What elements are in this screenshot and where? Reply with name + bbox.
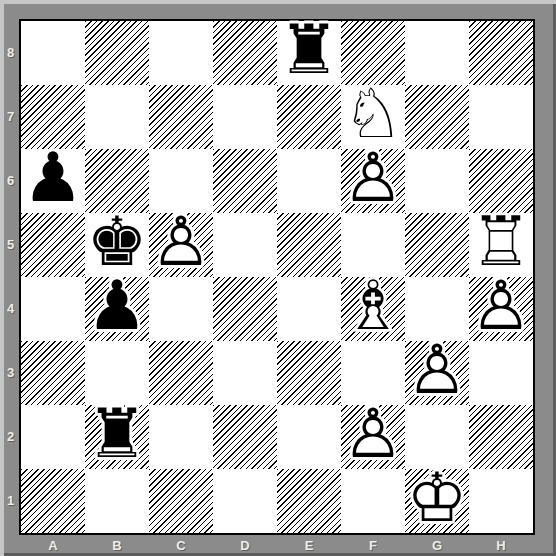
square-b3[interactable] [85, 341, 149, 405]
black-king-b5[interactable]: ♚ [87, 208, 148, 276]
piece-halo: ♟ [23, 144, 84, 212]
piece-halo: ♟ [343, 400, 404, 468]
square-b4[interactable]: ♟♟ [85, 277, 149, 341]
square-c7[interactable] [149, 85, 213, 149]
square-a1[interactable] [21, 469, 85, 533]
square-e6[interactable] [277, 149, 341, 213]
square-d3[interactable] [213, 341, 277, 405]
square-h6[interactable] [469, 149, 533, 213]
square-c8[interactable] [149, 21, 213, 85]
square-b5[interactable]: ♚♚ [85, 213, 149, 277]
square-a6[interactable]: ♟♟ [21, 149, 85, 213]
square-c2[interactable] [149, 405, 213, 469]
square-f1[interactable] [341, 469, 405, 533]
file-label-B: B [85, 537, 149, 555]
square-b1[interactable] [85, 469, 149, 533]
square-f5[interactable] [341, 213, 405, 277]
file-label-E: E [277, 537, 341, 555]
square-a5[interactable] [21, 213, 85, 277]
file-label-F: F [341, 537, 405, 555]
square-f6[interactable]: ♟♙ [341, 149, 405, 213]
piece-halo: ♚ [407, 464, 468, 532]
file-label-G: G [405, 537, 469, 555]
white-pawn-c5[interactable]: ♙ [151, 208, 212, 276]
square-h5[interactable]: ♜♖ [469, 213, 533, 277]
file-label-C: C [149, 537, 213, 555]
square-h8[interactable] [469, 21, 533, 85]
piece-halo: ♟ [87, 272, 148, 340]
piece-halo: ♟ [151, 208, 212, 276]
square-d1[interactable] [213, 469, 277, 533]
square-e7[interactable] [277, 85, 341, 149]
rank-label-2: 2 [2, 405, 19, 469]
square-d5[interactable] [213, 213, 277, 277]
piece-halo: ♜ [279, 16, 340, 84]
square-c6[interactable] [149, 149, 213, 213]
frame-bevel-top [0, 0, 556, 4]
square-a8[interactable] [21, 21, 85, 85]
rank-label-4: 4 [2, 277, 19, 341]
piece-halo: ♜ [471, 208, 532, 276]
square-c4[interactable] [149, 277, 213, 341]
piece-halo: ♝ [343, 272, 404, 340]
white-rook-h5[interactable]: ♖ [471, 208, 532, 276]
white-pawn-f6[interactable]: ♙ [343, 144, 404, 212]
square-d8[interactable] [213, 21, 277, 85]
square-g4[interactable] [405, 277, 469, 341]
black-rook-b2[interactable]: ♜ [87, 400, 148, 468]
square-h4[interactable]: ♟♙ [469, 277, 533, 341]
square-e3[interactable] [277, 341, 341, 405]
square-f4[interactable]: ♝♗ [341, 277, 405, 341]
rank-label-1: 1 [2, 469, 19, 533]
square-h3[interactable] [469, 341, 533, 405]
white-king-g1[interactable]: ♔ [407, 464, 468, 532]
square-b2[interactable]: ♜♜ [85, 405, 149, 469]
square-f2[interactable]: ♟♙ [341, 405, 405, 469]
chess-board: ♜♜♞♘♟♟♟♙♚♚♟♙♜♖♟♟♝♗♟♙♟♙♜♜♟♙♚♔ [19, 19, 535, 535]
file-label-A: A [21, 537, 85, 555]
square-f7[interactable]: ♞♘ [341, 85, 405, 149]
rank-label-6: 6 [2, 149, 19, 213]
square-b7[interactable] [85, 85, 149, 149]
square-e8[interactable]: ♜♜ [277, 21, 341, 85]
square-f8[interactable] [341, 21, 405, 85]
square-d6[interactable] [213, 149, 277, 213]
square-g5[interactable] [405, 213, 469, 277]
square-g2[interactable] [405, 405, 469, 469]
square-e5[interactable] [277, 213, 341, 277]
square-e1[interactable] [277, 469, 341, 533]
square-d2[interactable] [213, 405, 277, 469]
square-b6[interactable] [85, 149, 149, 213]
white-pawn-h4[interactable]: ♙ [471, 272, 532, 340]
square-h2[interactable] [469, 405, 533, 469]
square-a7[interactable] [21, 85, 85, 149]
square-d4[interactable] [213, 277, 277, 341]
square-f3[interactable] [341, 341, 405, 405]
rank-label-7: 7 [2, 85, 19, 149]
piece-halo: ♟ [471, 272, 532, 340]
white-knight-f7[interactable]: ♘ [343, 80, 404, 148]
piece-halo: ♟ [407, 336, 468, 404]
rank-label-8: 8 [2, 21, 19, 85]
white-pawn-f2[interactable]: ♙ [343, 400, 404, 468]
rank-label-5: 5 [2, 213, 19, 277]
piece-halo: ♞ [343, 80, 404, 148]
square-g3[interactable]: ♟♙ [405, 341, 469, 405]
file-label-H: H [469, 537, 533, 555]
square-c3[interactable] [149, 341, 213, 405]
piece-halo: ♜ [87, 400, 148, 468]
square-e4[interactable] [277, 277, 341, 341]
square-h1[interactable] [469, 469, 533, 533]
diagram-frame: ♜♜♞♘♟♟♟♙♚♚♟♙♜♖♟♟♝♗♟♙♟♙♜♜♟♙♚♔ 12345678ABC… [0, 0, 556, 556]
black-pawn-a6[interactable]: ♟ [23, 144, 84, 212]
square-a2[interactable] [21, 405, 85, 469]
square-g1[interactable]: ♚♔ [405, 469, 469, 533]
square-a3[interactable] [21, 341, 85, 405]
square-c1[interactable] [149, 469, 213, 533]
piece-halo: ♟ [343, 144, 404, 212]
square-d7[interactable] [213, 85, 277, 149]
square-c5[interactable]: ♟♙ [149, 213, 213, 277]
piece-halo: ♚ [87, 208, 148, 276]
square-b8[interactable] [85, 21, 149, 85]
rank-label-3: 3 [2, 341, 19, 405]
square-h7[interactable] [469, 85, 533, 149]
square-e2[interactable] [277, 405, 341, 469]
black-pawn-b4[interactable]: ♟ [87, 272, 148, 340]
white-pawn-g3[interactable]: ♙ [407, 336, 468, 404]
white-bishop-f4[interactable]: ♗ [343, 272, 404, 340]
file-label-D: D [213, 537, 277, 555]
square-g7[interactable] [405, 85, 469, 149]
square-g6[interactable] [405, 149, 469, 213]
square-a4[interactable] [21, 277, 85, 341]
square-g8[interactable] [405, 21, 469, 85]
black-rook-e8[interactable]: ♜ [279, 16, 340, 84]
